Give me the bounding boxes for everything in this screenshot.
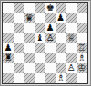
square-h7[interactable] [77, 13, 88, 23]
square-d6[interactable] [35, 23, 46, 33]
square-c6[interactable] [24, 23, 35, 33]
square-c1[interactable] [24, 73, 35, 83]
white-rook-icon: ♖ [77, 43, 86, 53]
square-d1[interactable] [35, 73, 46, 83]
square-h8[interactable] [77, 3, 88, 13]
black-king-icon: ♚ [46, 3, 55, 13]
black-pawn-icon: ♟ [4, 43, 13, 53]
square-g1[interactable] [66, 73, 77, 83]
square-b4[interactable] [14, 43, 25, 53]
square-g2[interactable]: ♙ [66, 63, 77, 73]
chess-board: ♚♛♟♟♝♙♕♟♖♜♗♙♔♗ [2, 2, 88, 84]
square-c3[interactable] [24, 53, 35, 63]
square-h2[interactable]: ♔ [77, 63, 88, 73]
diagram-frame: ♚♛♟♟♝♙♕♟♖♜♗♙♔♗ [0, 0, 91, 86]
square-h1[interactable] [77, 73, 88, 83]
square-f7[interactable]: ♟ [56, 13, 67, 23]
white-bishop-icon: ♗ [56, 73, 65, 83]
square-f3[interactable] [56, 53, 67, 63]
square-c5[interactable] [24, 33, 35, 43]
square-a1[interactable] [3, 73, 14, 83]
square-f2[interactable] [56, 63, 67, 73]
white-queen-icon: ♕ [67, 33, 76, 43]
square-a7[interactable] [3, 13, 14, 23]
square-b7[interactable] [14, 13, 25, 23]
square-b6[interactable] [14, 23, 25, 33]
square-a6[interactable] [3, 23, 14, 33]
black-queen-icon: ♛ [25, 13, 34, 23]
square-d4[interactable] [35, 43, 46, 53]
square-a4[interactable]: ♟ [3, 43, 14, 53]
square-e1[interactable] [45, 73, 56, 83]
square-g6[interactable] [66, 23, 77, 33]
square-e2[interactable] [45, 63, 56, 73]
square-a2[interactable] [3, 63, 14, 73]
square-c7[interactable]: ♛ [24, 13, 35, 23]
square-e5[interactable]: ♙ [45, 33, 56, 43]
square-e3[interactable] [45, 53, 56, 63]
square-h5[interactable] [77, 33, 88, 43]
square-f8[interactable] [56, 3, 67, 13]
square-b8[interactable] [14, 3, 25, 13]
square-b3[interactable] [14, 53, 25, 63]
square-e6[interactable]: ♟ [45, 23, 56, 33]
square-g5[interactable]: ♕ [66, 33, 77, 43]
black-pawn-icon: ♟ [46, 23, 55, 33]
black-bishop-icon: ♝ [35, 33, 44, 43]
square-b2[interactable] [14, 63, 25, 73]
square-e7[interactable] [45, 13, 56, 23]
black-pawn-icon: ♟ [56, 13, 65, 23]
square-g8[interactable] [66, 3, 77, 13]
square-h4[interactable]: ♖ [77, 43, 88, 53]
square-a8[interactable] [3, 3, 14, 13]
square-c4[interactable] [24, 43, 35, 53]
square-h6[interactable] [77, 23, 88, 33]
square-h3[interactable]: ♗ [77, 53, 88, 63]
square-d5[interactable]: ♝ [35, 33, 46, 43]
square-f5[interactable] [56, 33, 67, 43]
square-c2[interactable] [24, 63, 35, 73]
square-b1[interactable] [14, 73, 25, 83]
square-c8[interactable] [24, 3, 35, 13]
white-pawn-icon: ♙ [46, 33, 55, 43]
square-f1[interactable]: ♗ [56, 73, 67, 83]
square-d8[interactable] [35, 3, 46, 13]
white-bishop-icon: ♗ [77, 53, 86, 63]
square-d3[interactable] [35, 53, 46, 63]
square-a5[interactable] [3, 33, 14, 43]
square-d7[interactable] [35, 13, 46, 23]
square-g3[interactable] [66, 53, 77, 63]
square-e8[interactable]: ♚ [45, 3, 56, 13]
white-king-icon: ♔ [77, 63, 86, 73]
square-b5[interactable] [14, 33, 25, 43]
square-e4[interactable] [45, 43, 56, 53]
square-g7[interactable] [66, 13, 77, 23]
square-f4[interactable] [56, 43, 67, 53]
square-f6[interactable] [56, 23, 67, 33]
square-a3[interactable]: ♜ [3, 53, 14, 63]
square-d2[interactable] [35, 63, 46, 73]
white-pawn-icon: ♙ [67, 63, 76, 73]
black-rook-icon: ♜ [4, 53, 13, 63]
square-g4[interactable] [66, 43, 77, 53]
